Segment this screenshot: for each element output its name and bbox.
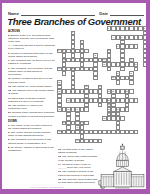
- cell-number: 7: [117, 45, 118, 47]
- clue-number: 6.: [8, 52, 11, 55]
- cell-number: 14: [130, 58, 132, 60]
- cell-number: 17: [58, 67, 60, 69]
- clue-item: 2. Branch of the U.S. government that in…: [8, 34, 55, 44]
- clue-item: 8. To officially change or add words to …: [8, 146, 55, 152]
- crossword-grid: 1234567891011121314151617181920212223242…: [57, 26, 147, 143]
- cell-number: 15: [103, 63, 105, 65]
- cell-number: 11: [94, 54, 96, 56]
- cell-number: 22: [58, 81, 60, 83]
- grid-cell[interactable]: [84, 49, 89, 54]
- clues-middle-column: 10. Meeting place of the United States C…: [58, 148, 99, 184]
- grid-cell[interactable]: [120, 67, 125, 72]
- clue-number: 13.: [8, 85, 12, 88]
- clue-item: 17. Each state elects two of these lawma…: [8, 97, 55, 103]
- cell-number: 16: [135, 63, 137, 65]
- clue-section-heading: DOWN: [8, 119, 55, 123]
- cell-number: 19: [117, 72, 119, 74]
- grid-cell[interactable]: [84, 107, 89, 112]
- cell-number: 37: [108, 112, 110, 114]
- clue-item: 13. The capital city of the United State…: [8, 85, 55, 88]
- cell-number: 2: [144, 27, 145, 29]
- cell-number: 32: [58, 108, 60, 110]
- cell-number: 43: [76, 139, 78, 141]
- cell-number: 4: [112, 36, 113, 38]
- cell-number: 1: [108, 27, 109, 29]
- clue-number: 11.: [8, 77, 12, 80]
- grid-cell[interactable]: [107, 67, 112, 72]
- clue-number: 12.: [58, 155, 62, 158]
- clue-section-heading: ACROSS: [8, 29, 55, 33]
- cell-number: 23: [85, 85, 87, 87]
- clue-item: 14. Members of the House of ______ serve…: [58, 163, 99, 169]
- grid-cell[interactable]: [116, 80, 121, 85]
- clue-item: 11. Number of justices who serve on the …: [8, 77, 55, 83]
- grid-cell[interactable]: [134, 98, 139, 103]
- clue-number: 5.: [8, 138, 11, 141]
- cell-number: 6: [81, 40, 82, 42]
- worksheet-page: Name Date Three Branches of Government A…: [0, 0, 150, 194]
- clue-item: 18. The Supreme Court makes sure all law…: [58, 178, 99, 184]
- clue-number: 1.: [8, 124, 11, 127]
- grid-cell[interactable]: [84, 121, 89, 126]
- clue-number: 7.: [8, 59, 11, 62]
- cell-number: 25: [58, 90, 60, 92]
- grid-cell[interactable]: [98, 103, 103, 108]
- clue-item: 7. The president may do this to reject a…: [8, 59, 55, 65]
- clue-item: 3. The House and the Senate together mak…: [8, 131, 55, 137]
- cell-number: 20: [130, 72, 132, 74]
- cell-number: 21: [112, 76, 114, 78]
- cell-number: 38: [103, 117, 105, 119]
- clue-item: 4. A proposed law that is sent to Congre…: [8, 44, 55, 50]
- clue-number: 19.: [8, 104, 12, 107]
- clue-number: 21.: [8, 111, 12, 114]
- clue-number: 17.: [8, 97, 12, 100]
- cell-number: 35: [108, 108, 110, 110]
- clue-number: 4.: [8, 44, 11, 47]
- cell-number: 30: [108, 99, 110, 101]
- cell-number: 12: [63, 58, 65, 60]
- footer-credit: Free Printable Worksheets: [2, 186, 92, 189]
- grid-cell[interactable]: [134, 130, 139, 135]
- clue-number: 14.: [58, 163, 62, 166]
- cell-number: 28: [126, 90, 128, 92]
- grid-cell[interactable]: [143, 62, 148, 67]
- clue-item: 21. Dividing power among three branches …: [8, 111, 55, 117]
- clue-number: 2.: [8, 34, 11, 37]
- clue-number: 8.: [8, 146, 11, 149]
- cell-number: 40: [81, 121, 83, 123]
- clue-number: 15.: [8, 89, 12, 92]
- grid-cell[interactable]: [125, 107, 130, 112]
- capitol-illustration: [98, 143, 147, 192]
- clue-item: 19. The number of years in one president…: [8, 104, 55, 110]
- cell-number: 27: [112, 90, 114, 92]
- grid-cell[interactable]: [93, 76, 98, 81]
- grid-cell[interactable]: [134, 44, 139, 49]
- clues-left-column: ACROSS2. Branch of the U.S. government t…: [8, 29, 55, 191]
- clue-item: 6. Number of branches that make up the U…: [8, 52, 55, 58]
- cell-number: 34: [76, 108, 78, 110]
- cell-number: 29: [67, 99, 69, 101]
- cell-number: 9: [63, 49, 64, 51]
- cell-number: 10: [108, 49, 110, 51]
- clue-item: 1. The leader of the executive branch of…: [8, 124, 55, 130]
- cell-number: 5: [121, 36, 122, 38]
- cell-number: 24: [99, 85, 101, 87]
- clue-number: 3.: [8, 131, 11, 134]
- grid-cell[interactable]: [62, 71, 67, 76]
- clue-item: 9. The president, vice president, and th…: [8, 67, 55, 77]
- grid-cell[interactable]: [120, 116, 125, 121]
- cell-number: 26: [108, 90, 110, 92]
- cell-number: 42: [58, 130, 60, 132]
- clue-number: 18.: [58, 178, 62, 181]
- clue-number: 16.: [58, 170, 62, 173]
- cell-number: 8: [58, 49, 59, 51]
- clue-item: 12. The official who leads meetings of t…: [58, 155, 99, 161]
- cell-number: 41: [76, 126, 78, 128]
- cell-number: 33: [67, 108, 69, 110]
- cell-number: 36: [117, 108, 119, 110]
- cell-number: 31: [108, 103, 110, 105]
- cell-number: 18: [72, 67, 74, 69]
- clue-item: 15. The highest court in the United Stat…: [8, 89, 55, 95]
- grid-cell[interactable]: [129, 89, 134, 94]
- grid-cell[interactable]: [129, 80, 134, 85]
- clue-number: 10.: [58, 148, 62, 151]
- clue-number: 9.: [8, 67, 11, 70]
- cell-number: 39: [63, 121, 65, 123]
- cell-number: 3: [72, 31, 73, 33]
- clue-item: 5. The president lives and works in this…: [8, 138, 55, 144]
- cell-number: 13: [103, 58, 105, 60]
- clue-item: 16. The legislative branch of the federa…: [58, 170, 99, 176]
- grid-cell[interactable]: [134, 67, 139, 72]
- clue-item: 10. Meeting place of the United States C…: [58, 148, 99, 154]
